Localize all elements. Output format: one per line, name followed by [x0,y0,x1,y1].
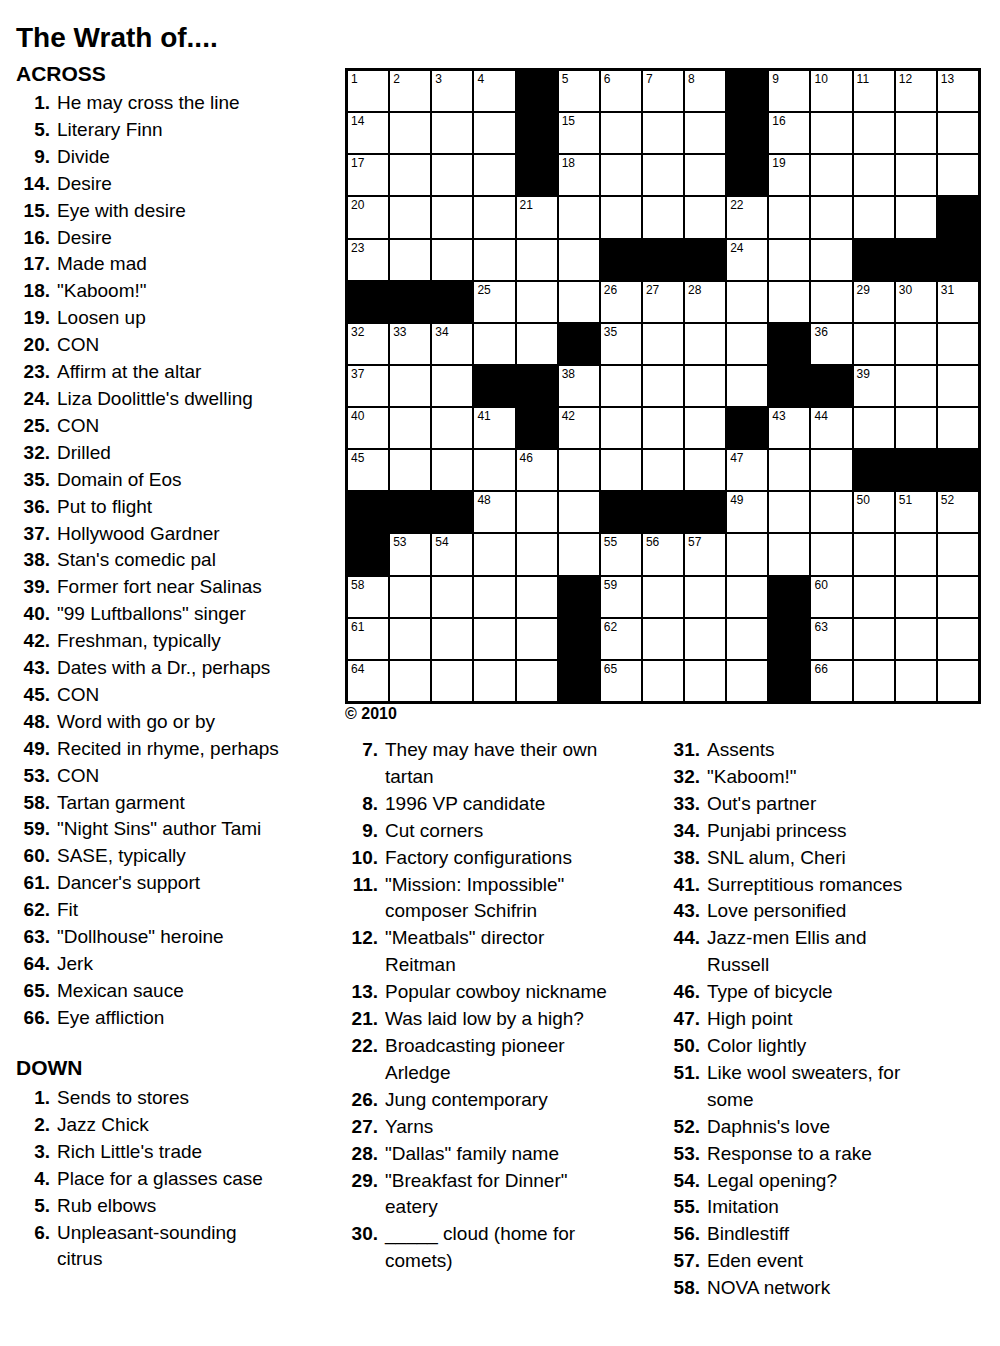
grid-cell[interactable] [559,534,599,574]
down-clue-list-col3: 31.Assents32."Kaboom!"33.Out's partner34… [668,737,998,1302]
grid-cell[interactable] [517,324,557,364]
grid-cell[interactable]: 29 [854,282,894,322]
grid-cell[interactable]: 28 [685,282,725,322]
clue-text: Drilled [57,440,111,467]
clue-text: "Dallas" family name [385,1141,559,1168]
clue-53: 53.CON [16,763,348,790]
grid-cell[interactable] [390,197,430,237]
grid-cell[interactable] [390,450,430,490]
grid-cell[interactable]: 41 [474,408,514,448]
grid-cell[interactable]: 20 [348,197,388,237]
grid-cell[interactable]: 13 [938,71,978,111]
clue-number: 17. [16,251,57,278]
grid-cell[interactable] [685,577,725,617]
cell-number: 37 [351,367,364,381]
clue-12: 12."Meatbals" director Reitman [340,925,652,979]
cell-number: 52 [941,493,954,507]
grid-cell[interactable] [474,240,514,280]
grid-cell[interactable]: 42 [559,408,599,448]
clue-7: 7.They may have their own tartan [340,737,652,791]
grid-cell[interactable]: 43 [769,408,809,448]
cell-number: 58 [351,578,364,592]
clue-18: 18."Kaboom!" [16,278,348,305]
grid-cell[interactable]: 40 [348,408,388,448]
grid-cell[interactable] [727,661,767,701]
grid-cell[interactable]: 18 [559,155,599,195]
grid-cell[interactable]: 22 [727,197,767,237]
grid-cell[interactable] [601,113,641,153]
black-cell [601,240,641,280]
grid-cell[interactable] [559,450,599,490]
grid-cell[interactable] [769,240,809,280]
grid-cell[interactable] [559,240,599,280]
grid-cell[interactable] [601,408,641,448]
grid-cell[interactable] [727,577,767,617]
grid-cell[interactable] [474,155,514,195]
grid-cell[interactable] [643,577,683,617]
grid-cell[interactable] [643,661,683,701]
grid-cell[interactable]: 49 [727,492,767,532]
grid-cell[interactable]: 47 [727,450,767,490]
grid-cell[interactable] [896,197,936,237]
cell-number: 46 [520,451,533,465]
clue-number: 26. [340,1087,385,1114]
clue-number: 48. [16,709,57,736]
grid-cell[interactable] [811,155,851,195]
grid-cell[interactable] [643,197,683,237]
cell-number: 32 [351,325,364,339]
grid-cell[interactable] [390,240,430,280]
grid-cell[interactable] [685,450,725,490]
cell-number: 62 [604,620,617,634]
grid-cell[interactable] [727,619,767,659]
clue-text: Liza Doolittle's dwelling [57,386,253,413]
clue-number: 44. [668,925,707,979]
clue-number: 19. [16,305,57,332]
clue-number: 2. [16,1112,57,1139]
grid-cell[interactable]: 2 [390,71,430,111]
clue-text: Jerk [57,951,93,978]
grid-cell[interactable] [390,577,430,617]
grid-cell[interactable]: 3 [432,71,472,111]
black-cell [517,408,557,448]
grid-cell[interactable] [643,619,683,659]
clue-number: 55. [668,1194,707,1221]
clue-text: Color lightly [707,1033,806,1060]
black-cell [727,155,767,195]
clue-number: 64. [16,951,57,978]
grid-cell[interactable] [432,661,472,701]
grid-cell[interactable] [390,661,430,701]
grid-cell[interactable]: 62 [601,619,641,659]
black-cell [517,71,557,111]
clue-48: 48.Word with go or by [16,709,348,736]
clue-number: 54. [668,1168,707,1195]
grid-cell[interactable] [854,197,894,237]
clue-text: "Mission: Impossible" composer Schifrin [385,872,564,926]
grid-cell[interactable] [432,577,472,617]
clue-number: 59. [16,816,57,843]
clue-30: 30._____ cloud (home for comets) [340,1221,652,1275]
clue-text: He may cross the line [57,90,240,117]
grid-cell[interactable]: 23 [348,240,388,280]
grid-cell[interactable]: 57 [685,534,725,574]
grid-cell[interactable] [938,408,978,448]
grid-cell[interactable]: 37 [348,366,388,406]
grid-cell[interactable] [517,240,557,280]
grid-cell[interactable] [727,324,767,364]
clue-32: 32.Drilled [16,440,348,467]
clue-19: 19.Loosen up [16,305,348,332]
grid-cell[interactable] [769,197,809,237]
black-cell [727,71,767,111]
grid-cell[interactable]: 52 [938,492,978,532]
grid-cell[interactable] [474,324,514,364]
grid-cell[interactable]: 54 [432,534,472,574]
grid-cell[interactable]: 12 [896,71,936,111]
grid-cell[interactable]: 27 [643,282,683,322]
grid-cell[interactable] [601,366,641,406]
grid-cell[interactable] [643,113,683,153]
grid-cell[interactable] [432,619,472,659]
clue-text: CON [57,682,99,709]
clue-text: Out's partner [707,791,816,818]
grid-cell[interactable] [643,408,683,448]
grid-cell[interactable] [685,155,725,195]
clue-number: 33. [668,791,707,818]
grid-cell[interactable] [854,619,894,659]
grid-cell[interactable] [854,324,894,364]
grid-cell[interactable] [811,113,851,153]
clue-text: 1996 VP candidate [385,791,545,818]
clue-number: 12. [340,925,385,979]
grid-cell[interactable]: 63 [811,619,851,659]
grid-cell[interactable]: 38 [559,366,599,406]
grid-cell[interactable] [432,155,472,195]
grid-cell[interactable]: 8 [685,71,725,111]
grid-cell[interactable] [432,113,472,153]
cell-number: 35 [604,325,617,339]
grid-cell[interactable] [643,450,683,490]
grid-cell[interactable] [390,366,430,406]
grid-cell[interactable] [559,282,599,322]
clue-43: 43.Love personified [668,898,998,925]
grid-cell[interactable]: 17 [348,155,388,195]
cell-number: 25 [477,283,490,297]
clue-text: _____ cloud (home for comets) [385,1221,575,1275]
grid-cell[interactable] [517,492,557,532]
grid-cell[interactable] [643,366,683,406]
grid-cell[interactable]: 44 [811,408,851,448]
grid-cell[interactable]: 64 [348,661,388,701]
clue-text: Punjabi princess [707,818,846,845]
grid-cell[interactable] [854,577,894,617]
grid-cell[interactable] [601,197,641,237]
clue-number: 38. [16,547,57,574]
grid-cell[interactable]: 16 [769,113,809,153]
grid-cell[interactable] [685,113,725,153]
clue-number: 27. [340,1114,385,1141]
grid-cell[interactable]: 14 [348,113,388,153]
clue-text: Daphnis's love [707,1114,830,1141]
grid-cell[interactable] [896,113,936,153]
grid-cell[interactable] [854,534,894,574]
clue-number: 11. [340,872,385,926]
grid-cell[interactable]: 31 [938,282,978,322]
crossword-puzzle-page: { "title": "The Wrath of....", "copyrigh… [0,0,1000,1346]
grid-cell[interactable]: 39 [854,366,894,406]
cell-number: 48 [477,493,490,507]
grid-cell[interactable] [432,366,472,406]
cell-number: 2 [393,72,400,86]
grid-cell[interactable] [811,492,851,532]
cell-number: 36 [814,325,827,339]
grid-cell[interactable] [896,366,936,406]
clue-number: 37. [16,521,57,548]
grid-cell[interactable] [854,113,894,153]
clue-number: 13. [340,979,385,1006]
grid-cell[interactable] [474,197,514,237]
cell-number: 55 [604,535,617,549]
grid-cell[interactable]: 19 [769,155,809,195]
grid-cell[interactable]: 10 [811,71,851,111]
grid-cell[interactable] [601,450,641,490]
black-cell [938,197,978,237]
grid-cell[interactable]: 26 [601,282,641,322]
grid-cell[interactable] [432,450,472,490]
grid-cell[interactable] [474,619,514,659]
grid-cell[interactable]: 59 [601,577,641,617]
grid-cell[interactable]: 65 [601,661,641,701]
grid-cell[interactable] [896,155,936,195]
page-title: The Wrath of.... [16,22,218,54]
grid-cell[interactable] [938,534,978,574]
grid-cell[interactable] [643,324,683,364]
grid-cell[interactable]: 46 [517,450,557,490]
grid-cell[interactable] [938,324,978,364]
grid-cell[interactable]: 4 [474,71,514,111]
clue-59: 59."Night Sins" author Tami [16,816,348,843]
clue-text: Eden event [707,1248,803,1275]
cell-number: 66 [814,662,827,676]
grid-cell[interactable]: 15 [559,113,599,153]
grid-cell[interactable]: 48 [474,492,514,532]
cell-number: 5 [562,72,569,86]
grid-cell[interactable] [938,661,978,701]
grid-cell[interactable]: 34 [432,324,472,364]
clue-text: "99 Luftballons" singer [57,601,246,628]
grid-cell[interactable] [517,661,557,701]
grid-cell[interactable] [811,282,851,322]
clue-text: Yarns [385,1114,433,1141]
grid-cell[interactable] [811,240,851,280]
clue-number: 7. [340,737,385,791]
clue-text: Broadcasting pioneer Arledge [385,1033,565,1087]
cell-number: 12 [899,72,912,86]
copyright: © 2010 [345,704,397,724]
grid-cell[interactable]: 30 [896,282,936,322]
clue-47: 47.High point [668,1006,998,1033]
clue-40: 40."99 Luftballons" singer [16,601,348,628]
grid-cell[interactable] [474,113,514,153]
clue-text: Eye with desire [57,198,186,225]
cell-number: 45 [351,451,364,465]
clue-text: SNL alum, Cheri [707,845,846,872]
grid-cell[interactable] [474,450,514,490]
grid-cell[interactable] [896,661,936,701]
clue-4: 4.Place for a glasses case [16,1166,348,1193]
grid-cell[interactable] [685,408,725,448]
grid-cell[interactable]: 66 [811,661,851,701]
grid-cell[interactable]: 32 [348,324,388,364]
clue-text: Former fort near Salinas [57,574,262,601]
grid-cell[interactable] [896,534,936,574]
grid-cell[interactable] [896,577,936,617]
grid-cell[interactable] [517,577,557,617]
clue-text: High point [707,1006,793,1033]
grid-cell[interactable] [685,324,725,364]
grid-cell[interactable]: 7 [643,71,683,111]
clue-number: 35. [16,467,57,494]
grid-cell[interactable]: 5 [559,71,599,111]
grid-cell[interactable]: 11 [854,71,894,111]
grid-cell[interactable]: 25 [474,282,514,322]
clue-55: 55.Imitation [668,1194,998,1221]
clue-text: Place for a glasses case [57,1166,263,1193]
black-cell [769,366,809,406]
black-cell [685,240,725,280]
grid-cell[interactable] [769,282,809,322]
grid-cell[interactable]: 61 [348,619,388,659]
grid-cell[interactable]: 35 [601,324,641,364]
grid-cell[interactable]: 50 [854,492,894,532]
grid-cell[interactable]: 58 [348,577,388,617]
clue-16: 16.Desire [16,225,348,252]
down-header: DOWN [16,1055,83,1081]
clue-60: 60.SASE, typically [16,843,348,870]
grid-cell[interactable] [432,240,472,280]
black-cell [390,282,430,322]
clue-text: Cut corners [385,818,483,845]
clue-23: 23.Affirm at the altar [16,359,348,386]
clue-text: Like wool sweaters, for some [707,1060,900,1114]
grid-cell[interactable]: 9 [769,71,809,111]
black-cell [432,492,472,532]
grid-cell[interactable] [854,408,894,448]
grid-cell[interactable] [938,113,978,153]
clue-9: 9.Cut corners [340,818,652,845]
black-cell [769,577,809,617]
clue-number: 4. [16,1166,57,1193]
grid-cell[interactable] [517,534,557,574]
grid-cell[interactable] [432,408,472,448]
grid-cell[interactable] [811,450,851,490]
grid-cell[interactable] [474,534,514,574]
grid-cell[interactable] [559,492,599,532]
clue-text: Made mad [57,251,147,278]
black-cell [643,240,683,280]
grid-cell[interactable]: 33 [390,324,430,364]
grid-cell[interactable]: 55 [601,534,641,574]
cell-number: 47 [730,451,743,465]
grid-cell[interactable]: 51 [896,492,936,532]
grid-cell[interactable] [685,366,725,406]
cell-number: 50 [857,493,870,507]
black-cell [474,366,514,406]
grid-cell[interactable] [517,619,557,659]
black-cell [938,240,978,280]
grid-cell[interactable]: 56 [643,534,683,574]
grid-cell[interactable] [643,155,683,195]
clue-51: 51.Like wool sweaters, for some [668,1060,998,1114]
grid-cell[interactable] [769,492,809,532]
grid-cell[interactable]: 24 [727,240,767,280]
cell-number: 60 [814,578,827,592]
clue-text: Factory configurations [385,845,572,872]
grid-cell[interactable] [474,577,514,617]
grid-cell[interactable] [474,661,514,701]
grid-cell[interactable] [854,155,894,195]
clue-54: 54.Legal opening? [668,1168,998,1195]
grid-cell[interactable] [685,197,725,237]
grid-cell[interactable] [685,619,725,659]
clue-text: Freshman, typically [57,628,221,655]
grid-cell[interactable] [938,155,978,195]
clue-text: "Kaboom!" [707,764,797,791]
grid-cell[interactable] [769,450,809,490]
grid-cell[interactable] [938,577,978,617]
cell-number: 24 [730,241,743,255]
grid-cell[interactable]: 60 [811,577,851,617]
grid-cell[interactable] [854,661,894,701]
cell-number: 31 [941,283,954,297]
grid-cell[interactable] [727,366,767,406]
clue-text: Unpleasant-sounding citrus [57,1220,237,1274]
grid-cell[interactable] [769,534,809,574]
grid-cell[interactable] [811,534,851,574]
cell-number: 29 [857,283,870,297]
grid-cell[interactable] [559,197,599,237]
grid-cell[interactable]: 21 [517,197,557,237]
grid-cell[interactable] [938,619,978,659]
grid-cell[interactable] [727,534,767,574]
grid-cell[interactable] [811,197,851,237]
grid-cell[interactable]: 1 [348,71,388,111]
grid-cell[interactable] [896,619,936,659]
grid-cell[interactable] [517,282,557,322]
clue-number: 25. [16,413,57,440]
grid-cell[interactable] [896,324,936,364]
grid-cell[interactable] [896,408,936,448]
grid-cell[interactable] [685,661,725,701]
grid-cell[interactable] [390,408,430,448]
grid-cell[interactable] [390,113,430,153]
grid-cell[interactable] [390,619,430,659]
clue-39: 39.Former fort near Salinas [16,574,348,601]
grid-cell[interactable] [390,155,430,195]
grid-cell[interactable]: 6 [601,71,641,111]
grid-cell[interactable]: 45 [348,450,388,490]
clue-52: 52.Daphnis's love [668,1114,998,1141]
grid-cell[interactable] [727,282,767,322]
grid-cell[interactable] [601,155,641,195]
cell-number: 14 [351,114,364,128]
grid-cell[interactable] [938,366,978,406]
grid-cell[interactable] [432,197,472,237]
grid-cell[interactable]: 36 [811,324,851,364]
clue-text: SASE, typically [57,843,186,870]
grid-cell[interactable]: 53 [390,534,430,574]
